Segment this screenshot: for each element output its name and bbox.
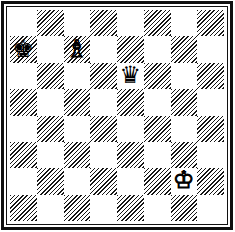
square-e2[interactable] <box>117 168 144 194</box>
square-f1[interactable] <box>144 195 171 221</box>
square-a5[interactable] <box>10 89 37 115</box>
square-b2[interactable] <box>37 168 64 194</box>
square-g4[interactable] <box>171 116 198 142</box>
square-e4[interactable] <box>117 116 144 142</box>
square-d5[interactable] <box>90 89 117 115</box>
square-b8[interactable] <box>37 10 64 36</box>
square-c3[interactable] <box>64 142 91 168</box>
square-a3[interactable] <box>10 142 37 168</box>
square-h6[interactable] <box>197 63 224 89</box>
square-g2[interactable]: ♔ <box>171 168 198 194</box>
square-f6[interactable] <box>144 63 171 89</box>
square-a1[interactable] <box>10 195 37 221</box>
square-d7[interactable] <box>90 36 117 62</box>
square-g1[interactable] <box>171 195 198 221</box>
square-g7[interactable] <box>171 36 198 62</box>
square-d2[interactable] <box>90 168 117 194</box>
white-bishop-c7: ♗ <box>66 37 88 61</box>
square-f7[interactable] <box>144 36 171 62</box>
square-e1[interactable] <box>117 195 144 221</box>
board-frame-inner: ♚♗♛♔ <box>6 6 228 225</box>
square-g3[interactable] <box>171 142 198 168</box>
square-d8[interactable] <box>90 10 117 36</box>
square-b1[interactable] <box>37 195 64 221</box>
square-a2[interactable] <box>10 168 37 194</box>
square-e8[interactable] <box>117 10 144 36</box>
square-e3[interactable] <box>117 142 144 168</box>
square-h7[interactable] <box>197 36 224 62</box>
white-king-g2: ♔ <box>173 168 195 192</box>
square-f5[interactable] <box>144 89 171 115</box>
square-f3[interactable] <box>144 142 171 168</box>
square-e5[interactable] <box>117 89 144 115</box>
square-h2[interactable] <box>197 168 224 194</box>
chess-diagram: ♚♗♛♔ <box>0 0 235 232</box>
square-d6[interactable] <box>90 63 117 89</box>
square-a8[interactable] <box>10 10 37 36</box>
square-d1[interactable] <box>90 195 117 221</box>
square-d3[interactable] <box>90 142 117 168</box>
square-h8[interactable] <box>197 10 224 36</box>
square-g6[interactable] <box>171 63 198 89</box>
square-f8[interactable] <box>144 10 171 36</box>
square-h4[interactable] <box>197 116 224 142</box>
square-h5[interactable] <box>197 89 224 115</box>
square-h3[interactable] <box>197 142 224 168</box>
square-b6[interactable] <box>37 63 64 89</box>
square-b7[interactable] <box>37 36 64 62</box>
black-king-a7: ♚ <box>13 37 35 61</box>
square-c5[interactable] <box>64 89 91 115</box>
square-f4[interactable] <box>144 116 171 142</box>
square-c6[interactable] <box>64 63 91 89</box>
square-h1[interactable] <box>197 195 224 221</box>
board-frame-outer: ♚♗♛♔ <box>1 1 233 230</box>
square-f2[interactable] <box>144 168 171 194</box>
square-b3[interactable] <box>37 142 64 168</box>
square-b5[interactable] <box>37 89 64 115</box>
black-queen-e6: ♛ <box>120 63 142 87</box>
square-a4[interactable] <box>10 116 37 142</box>
chess-board: ♚♗♛♔ <box>10 10 224 221</box>
square-a6[interactable] <box>10 63 37 89</box>
square-g8[interactable] <box>171 10 198 36</box>
square-c4[interactable] <box>64 116 91 142</box>
square-c2[interactable] <box>64 168 91 194</box>
square-g5[interactable] <box>171 89 198 115</box>
square-c7[interactable]: ♗ <box>64 36 91 62</box>
square-e7[interactable] <box>117 36 144 62</box>
square-c8[interactable] <box>64 10 91 36</box>
square-b4[interactable] <box>37 116 64 142</box>
square-c1[interactable] <box>64 195 91 221</box>
square-e6[interactable]: ♛ <box>117 63 144 89</box>
square-d4[interactable] <box>90 116 117 142</box>
square-a7[interactable]: ♚ <box>10 36 37 62</box>
